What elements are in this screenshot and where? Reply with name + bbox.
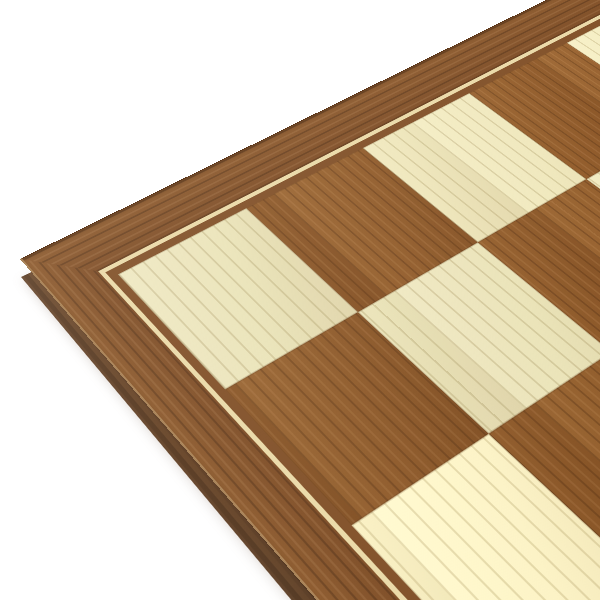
board-squares-grid bbox=[105, 0, 600, 600]
chess-board bbox=[20, 0, 600, 600]
photo-background bbox=[0, 0, 600, 600]
